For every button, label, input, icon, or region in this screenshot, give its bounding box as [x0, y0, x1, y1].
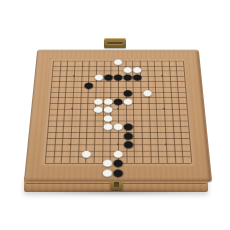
clasp-slot	[114, 182, 119, 187]
white-stone: ●	[94, 73, 104, 81]
white-stone: ●	[93, 97, 103, 105]
drop-shadow	[30, 188, 202, 196]
white-stone: ●	[123, 97, 133, 105]
black-stone: ●	[123, 73, 133, 81]
black-stone: ●	[103, 73, 113, 81]
black-stone: ●	[113, 158, 124, 167]
hinge	[104, 38, 126, 48]
black-stone: ●	[113, 97, 123, 105]
black-stone: ●	[132, 73, 142, 81]
black-stone: ●	[123, 89, 133, 97]
black-stone: ●	[113, 73, 123, 81]
white-stone: ●	[113, 58, 123, 65]
white-stone: ●	[113, 149, 124, 158]
black-stone: ●	[84, 81, 94, 89]
white-stone: ●	[103, 105, 113, 113]
stones-layer: ●●●●●●●●●●●●●●●●●●●●●●●●●●●●●	[40, 58, 195, 166]
white-stone: ●	[103, 122, 113, 131]
black-stone: ●	[113, 168, 124, 178]
white-stone: ●	[103, 97, 113, 105]
product-photo-background: ●●●●●●●●●●●●●●●●●●●●●●●●●●●●●	[0, 0, 230, 230]
board-grid-area: ●●●●●●●●●●●●●●●●●●●●●●●●●●●●●	[40, 58, 195, 166]
white-stone: ●	[93, 105, 103, 113]
white-stone: ●	[142, 89, 152, 97]
white-stone: ●	[102, 168, 113, 178]
white-stone: ●	[123, 66, 133, 74]
black-stone: ●	[123, 131, 133, 140]
white-stone: ●	[102, 158, 113, 167]
white-stone: ●	[81, 149, 92, 158]
go-board: ●●●●●●●●●●●●●●●●●●●●●●●●●●●●●	[24, 50, 212, 182]
white-stone: ●	[132, 66, 142, 74]
board-frame: ●●●●●●●●●●●●●●●●●●●●●●●●●●●●●	[24, 50, 212, 182]
black-stone: ●	[123, 140, 134, 149]
white-stone: ●	[113, 122, 123, 131]
hinge-pin	[107, 42, 123, 44]
white-stone: ●	[103, 114, 113, 123]
black-stone: ●	[123, 122, 133, 131]
